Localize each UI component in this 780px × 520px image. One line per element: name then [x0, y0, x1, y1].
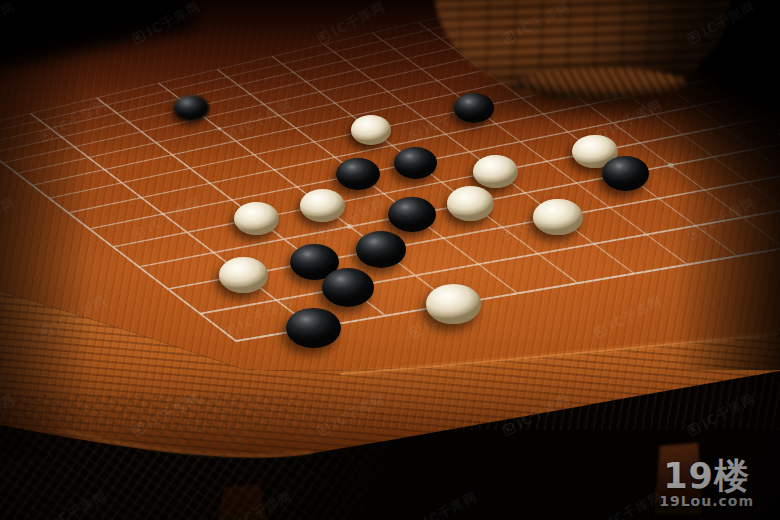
site-watermark: 19楼 19Lou.com [659, 459, 754, 509]
stones-layer [0, 0, 780, 520]
site-watermark-title: 19楼 [659, 459, 754, 493]
black-stone [388, 197, 435, 232]
white-stone [533, 199, 583, 236]
black-stone [602, 156, 649, 191]
white-stone [300, 189, 345, 222]
black-stone [286, 308, 341, 349]
white-stone [426, 284, 481, 325]
black-stone [394, 147, 437, 179]
white-stone [234, 202, 279, 235]
black-stone [174, 95, 209, 121]
white-stone [473, 155, 518, 188]
site-watermark-url: 19Lou.com [659, 493, 754, 509]
black-stone [356, 231, 406, 268]
white-stone [219, 257, 269, 294]
white-stone [351, 115, 391, 145]
black-stone [336, 158, 379, 190]
white-stone [447, 186, 494, 221]
black-stone [322, 268, 374, 307]
go-board-photo: KIC千库网KIC千库网KIC千库网KIC千库网KIC千库网KIC千库网KIC千… [0, 0, 780, 520]
black-stone [454, 93, 494, 123]
